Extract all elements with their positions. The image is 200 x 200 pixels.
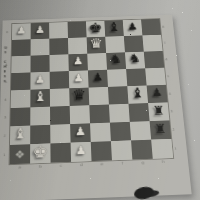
square-c1	[50, 143, 71, 163]
square-e7: ♛	[87, 37, 107, 54]
file-label-g: g	[132, 160, 153, 165]
piece-bB-f8: ♝	[107, 21, 120, 34]
piece-bP-e5: ♟	[92, 71, 103, 82]
square-g7	[124, 35, 144, 52]
piece-bQ-d4: ♛	[72, 88, 87, 103]
square-b4: ♝	[30, 89, 50, 107]
square-c3	[50, 106, 70, 125]
square-h6	[144, 51, 164, 68]
rank-label-8: 8	[160, 19, 167, 33]
square-a4	[11, 90, 31, 108]
square-c8	[49, 22, 68, 39]
square-b6	[30, 55, 49, 72]
photo-scene: 87654321 US CHESS ♟♟♚♝♟♛♟♞♞♟♟♟♝♛♝♟♜♝♟♜❖♚…	[0, 0, 200, 200]
square-f3	[109, 104, 130, 123]
piece-bP-g8: ♟	[127, 21, 138, 31]
square-e5: ♟	[88, 70, 108, 88]
square-f4	[108, 86, 129, 104]
square-g2	[130, 121, 151, 140]
rank-label-2: 2	[0, 127, 10, 144]
square-h8	[141, 19, 161, 35]
square-a1: ❖	[10, 144, 31, 164]
file-label-b: b	[30, 164, 51, 169]
piece-bR-h3: ♜	[152, 104, 165, 116]
file-label-a: a	[9, 164, 30, 169]
square-e6	[87, 53, 107, 70]
board-grid: ♟♟♚♝♟♛♟♞♞♟♟♟♝♛♝♟♜♝♟♜❖♚♟	[10, 19, 174, 164]
rank-label-8: 8	[3, 25, 12, 40]
square-b8: ♟	[31, 23, 50, 40]
square-d1: ♟	[71, 142, 92, 162]
square-h7	[142, 35, 162, 52]
square-d7	[68, 37, 87, 54]
square-a8: ♟	[12, 23, 31, 40]
piece-wP-d1: ♟	[75, 144, 87, 156]
square-c4	[50, 88, 70, 106]
square-a7	[12, 39, 31, 56]
square-b7	[31, 39, 50, 56]
rank-label-4: 4	[166, 85, 173, 101]
rank-label-1: 1	[172, 140, 180, 157]
square-f2	[110, 122, 131, 141]
square-f6: ♞	[106, 52, 126, 69]
rank-label-5: 5	[165, 68, 172, 84]
rank-label-1: 1	[0, 146, 9, 164]
file-label-h: h	[153, 159, 174, 164]
piece-bK-e8: ♚	[88, 21, 103, 35]
square-e4	[89, 87, 109, 105]
chess-board: 87654321 US CHESS ♟♟♚♝♟♛♟♞♞♟♟♟♝♛♝♟♜♝♟♜❖♚…	[0, 15, 192, 200]
square-g3	[129, 103, 150, 122]
rank-label-3: 3	[0, 109, 10, 126]
square-f8: ♝	[104, 20, 123, 37]
square-b2	[30, 125, 50, 144]
square-c6	[49, 54, 68, 71]
file-label-c: c	[51, 163, 72, 168]
brand-logo-icon: ❖	[15, 148, 26, 159]
square-f1	[111, 140, 132, 160]
rank-label-2: 2	[170, 121, 178, 138]
square-c2	[50, 124, 70, 143]
square-e8: ♚	[86, 21, 105, 38]
square-a3	[10, 107, 30, 126]
square-b5: ♟	[30, 72, 49, 90]
square-h4: ♟	[147, 85, 168, 103]
square-b1: ♚	[30, 143, 51, 163]
square-d4: ♛	[69, 88, 89, 106]
brand-text: US CHESS	[2, 45, 7, 84]
piece-bN-f6: ♞	[110, 53, 123, 65]
piece-wB-a2: ♝	[13, 126, 27, 141]
file-label-d: d	[71, 162, 92, 167]
square-g6: ♞	[125, 52, 145, 69]
square-a2: ♝	[10, 126, 30, 145]
piece-wK-b1: ♚	[32, 143, 48, 160]
square-e2	[90, 123, 111, 142]
square-h2: ♜	[150, 120, 172, 139]
rank-label-7: 7	[161, 35, 168, 50]
square-d8	[68, 21, 87, 38]
square-g4: ♝	[127, 85, 148, 103]
square-f5	[107, 69, 127, 87]
square-g1	[131, 140, 153, 160]
piece-bN-g6: ♞	[128, 53, 141, 65]
square-e1	[91, 141, 112, 161]
piece-wP-b5: ♟	[35, 74, 46, 85]
piece-wB-b4: ♝	[33, 89, 46, 103]
square-d3	[70, 105, 90, 124]
square-c5	[50, 71, 70, 89]
piece-wP-a8: ♟	[16, 25, 26, 35]
piece-bB-g4: ♝	[130, 86, 144, 100]
piece-wP-b8: ♟	[35, 24, 45, 34]
file-label-e: e	[92, 161, 113, 166]
piece-bP-h4: ♟	[151, 87, 163, 98]
piece-bR-h2: ♜	[154, 122, 167, 135]
square-d2: ♟	[70, 123, 91, 142]
square-d5: ♟	[69, 70, 89, 88]
rank-label-6: 6	[163, 52, 170, 67]
piece-wQ-e7: ♛	[89, 37, 103, 51]
square-h5	[145, 68, 166, 86]
square-d6: ♟	[68, 54, 88, 71]
square-b3	[30, 107, 50, 126]
square-f7	[105, 36, 125, 53]
square-g5	[126, 68, 147, 86]
rank-label-4: 4	[1, 91, 11, 107]
piece-wP-d6: ♟	[73, 55, 84, 66]
square-g8: ♟	[123, 20, 143, 37]
piece-wP-d2: ♟	[75, 125, 86, 137]
dust-speckles	[0, 0, 1, 1]
piece-wP-d5: ♟	[73, 72, 84, 83]
square-e3	[89, 104, 110, 123]
rank-label-3: 3	[168, 103, 176, 119]
square-a6	[11, 56, 30, 73]
square-a5	[11, 72, 31, 90]
square-h3: ♜	[148, 102, 169, 121]
square-h1	[151, 139, 173, 159]
file-label-f: f	[112, 160, 133, 165]
square-c7	[49, 38, 68, 55]
